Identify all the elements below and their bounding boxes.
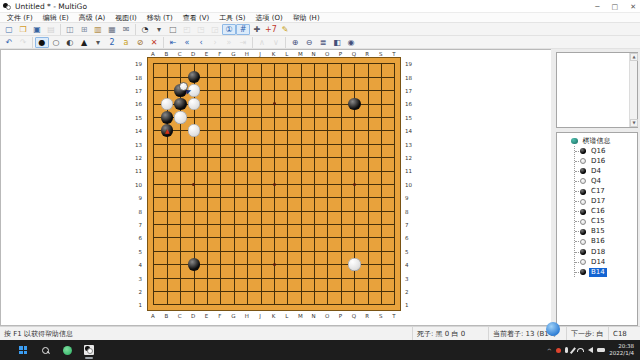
intersection-K15[interactable] xyxy=(268,111,281,124)
intersection-E1[interactable] xyxy=(201,298,214,311)
intersection-O7[interactable] xyxy=(321,218,334,231)
intersection-T13[interactable] xyxy=(388,137,401,150)
intersection-T9[interactable] xyxy=(388,191,401,204)
intersection-G4[interactable] xyxy=(227,258,240,271)
toggle-coordinates-button[interactable]: # xyxy=(236,24,250,35)
intersection-G12[interactable] xyxy=(227,151,240,164)
intersection-D5[interactable] xyxy=(187,244,200,257)
intersection-C19[interactable] xyxy=(174,57,187,70)
intersection-H5[interactable] xyxy=(241,244,254,257)
intersection-B3[interactable] xyxy=(160,271,173,284)
intersection-A19[interactable] xyxy=(147,57,160,70)
intersection-K1[interactable] xyxy=(268,298,281,311)
intersection-E12[interactable] xyxy=(201,151,214,164)
intersection-M8[interactable] xyxy=(294,204,307,217)
intersection-S16[interactable] xyxy=(375,97,388,110)
intersection-O4[interactable] xyxy=(321,258,334,271)
intersection-P2[interactable] xyxy=(334,285,347,298)
intersection-P4[interactable] xyxy=(334,258,347,271)
intersection-M19[interactable] xyxy=(294,57,307,70)
intersection-Q1[interactable] xyxy=(348,298,361,311)
intersection-T6[interactable] xyxy=(388,231,401,244)
intersection-G2[interactable] xyxy=(227,285,240,298)
intersection-P14[interactable] xyxy=(334,124,347,137)
intersection-K13[interactable] xyxy=(268,137,281,150)
intersection-R12[interactable] xyxy=(361,151,374,164)
intersection-J15[interactable] xyxy=(254,111,267,124)
intersection-N4[interactable] xyxy=(308,258,321,271)
intersection-S18[interactable] xyxy=(375,70,388,83)
intersection-L16[interactable] xyxy=(281,97,294,110)
intersection-N14[interactable] xyxy=(308,124,321,137)
intersection-P8[interactable] xyxy=(334,204,347,217)
tree-move-D14[interactable]: D14 xyxy=(575,257,637,267)
intersection-P1[interactable] xyxy=(334,298,347,311)
intersection-Q7[interactable] xyxy=(348,218,361,231)
alternate-tool-button[interactable]: ◐ xyxy=(63,37,77,48)
intersection-A14[interactable] xyxy=(147,124,160,137)
intersection-A18[interactable] xyxy=(147,70,160,83)
intersection-S4[interactable] xyxy=(375,258,388,271)
intersection-B8[interactable] xyxy=(160,204,173,217)
intersection-C11[interactable] xyxy=(174,164,187,177)
intersection-L6[interactable] xyxy=(281,231,294,244)
intersection-S13[interactable] xyxy=(375,137,388,150)
intersection-B7[interactable] xyxy=(160,218,173,231)
intersection-T8[interactable] xyxy=(388,204,401,217)
game-info-button[interactable]: ◔ xyxy=(138,24,152,35)
erase-tool-button[interactable]: ⊘ xyxy=(133,37,147,48)
intersection-N11[interactable] xyxy=(308,164,321,177)
intersection-S9[interactable] xyxy=(375,191,388,204)
intersection-B13[interactable] xyxy=(160,137,173,150)
intersection-G8[interactable] xyxy=(227,204,240,217)
intersection-F2[interactable] xyxy=(214,285,227,298)
intersection-T3[interactable] xyxy=(388,271,401,284)
intersection-G6[interactable] xyxy=(227,231,240,244)
mark-menu-button[interactable]: ▾ xyxy=(91,37,105,48)
intersection-E4[interactable] xyxy=(201,258,214,271)
intersection-M18[interactable] xyxy=(294,70,307,83)
intersection-Q13[interactable] xyxy=(348,137,361,150)
intersection-O6[interactable] xyxy=(321,231,334,244)
comment-panel[interactable]: ▲ ▼ xyxy=(556,52,638,128)
intersection-R3[interactable] xyxy=(361,271,374,284)
intersection-L15[interactable] xyxy=(281,111,294,124)
copy-board-button[interactable]: ◫ xyxy=(63,24,77,35)
intersection-R8[interactable] xyxy=(361,204,374,217)
intersection-C14[interactable] xyxy=(174,124,187,137)
intersection-E16[interactable] xyxy=(201,97,214,110)
intersection-O2[interactable] xyxy=(321,285,334,298)
intersection-Q3[interactable] xyxy=(348,271,361,284)
intersection-T4[interactable] xyxy=(388,258,401,271)
intersection-E3[interactable] xyxy=(201,271,214,284)
intersection-J18[interactable] xyxy=(254,70,267,83)
intersection-M2[interactable] xyxy=(294,285,307,298)
intersection-F13[interactable] xyxy=(214,137,227,150)
intersection-L3[interactable] xyxy=(281,271,294,284)
intersection-S5[interactable] xyxy=(375,244,388,257)
intersection-B11[interactable] xyxy=(160,164,173,177)
intersection-M14[interactable] xyxy=(294,124,307,137)
intersection-D14[interactable] xyxy=(187,124,200,137)
intersection-O13[interactable] xyxy=(321,137,334,150)
network-icon[interactable] xyxy=(577,348,584,352)
intersection-O11[interactable] xyxy=(321,164,334,177)
intersection-K17[interactable] xyxy=(268,84,281,97)
intersection-D11[interactable] xyxy=(187,164,200,177)
intersection-D19[interactable] xyxy=(187,57,200,70)
intersection-R18[interactable] xyxy=(361,70,374,83)
intersection-O12[interactable] xyxy=(321,151,334,164)
intersection-R6[interactable] xyxy=(361,231,374,244)
toggle-move-numbers-button[interactable]: ① xyxy=(222,24,236,35)
intersection-Q8[interactable] xyxy=(348,204,361,217)
intersection-B15[interactable] xyxy=(160,111,173,124)
intersection-Q4[interactable] xyxy=(348,258,361,271)
intersection-K3[interactable] xyxy=(268,271,281,284)
intersection-F12[interactable] xyxy=(214,151,227,164)
intersection-A12[interactable] xyxy=(147,151,160,164)
intersection-J12[interactable] xyxy=(254,151,267,164)
intersection-H14[interactable] xyxy=(241,124,254,137)
intersection-T15[interactable] xyxy=(388,111,401,124)
intersection-N5[interactable] xyxy=(308,244,321,257)
intersection-F9[interactable] xyxy=(214,191,227,204)
white-stone-tool-button[interactable]: ○ xyxy=(49,37,63,48)
intersection-D3[interactable] xyxy=(187,271,200,284)
intersection-N10[interactable] xyxy=(308,178,321,191)
intersection-E15[interactable] xyxy=(201,111,214,124)
mirror-board-button[interactable]: ◧ xyxy=(330,37,344,48)
intersection-D9[interactable] xyxy=(187,191,200,204)
intersection-F7[interactable] xyxy=(214,218,227,231)
tree-move-D4[interactable]: D4 xyxy=(575,166,637,176)
intersection-M1[interactable] xyxy=(294,298,307,311)
intersection-C6[interactable] xyxy=(174,231,187,244)
intersection-D4[interactable] xyxy=(187,258,200,271)
minimize-button[interactable]: ─ xyxy=(595,3,599,11)
intersection-B17[interactable] xyxy=(160,84,173,97)
intersection-K2[interactable] xyxy=(268,285,281,298)
intersection-Q9[interactable] xyxy=(348,191,361,204)
intersection-T19[interactable] xyxy=(388,57,401,70)
intersection-J8[interactable] xyxy=(254,204,267,217)
intersection-H6[interactable] xyxy=(241,231,254,244)
intersection-K19[interactable] xyxy=(268,57,281,70)
menu-item-2[interactable]: 高级 (A) xyxy=(74,13,110,23)
menu-item-1[interactable]: 编辑 (E) xyxy=(38,13,74,23)
menu-item-0[interactable]: 文件 (F) xyxy=(2,13,38,23)
intersection-L9[interactable] xyxy=(281,191,294,204)
intersection-K5[interactable] xyxy=(268,244,281,257)
intersection-F18[interactable] xyxy=(214,70,227,83)
comment-scrollbar[interactable]: ▲ ▼ xyxy=(629,53,637,127)
intersection-H16[interactable] xyxy=(241,97,254,110)
intersection-A17[interactable] xyxy=(147,84,160,97)
intersection-T14[interactable] xyxy=(388,124,401,137)
intersection-A16[interactable] xyxy=(147,97,160,110)
intersection-H10[interactable] xyxy=(241,178,254,191)
intersection-H17[interactable] xyxy=(241,84,254,97)
intersection-M13[interactable] xyxy=(294,137,307,150)
intersection-O1[interactable] xyxy=(321,298,334,311)
intersection-P10[interactable] xyxy=(334,178,347,191)
intersection-O8[interactable] xyxy=(321,204,334,217)
intersection-K4[interactable] xyxy=(268,258,281,271)
intersection-O19[interactable] xyxy=(321,57,334,70)
battery-icon[interactable] xyxy=(597,348,605,353)
tree-move-C16[interactable]: C16 xyxy=(575,207,637,217)
intersection-M16[interactable] xyxy=(294,97,307,110)
intersection-N1[interactable] xyxy=(308,298,321,311)
intersection-P3[interactable] xyxy=(334,271,347,284)
intersection-H7[interactable] xyxy=(241,218,254,231)
view-quarter-2-button[interactable]: ◳ xyxy=(194,24,208,35)
go-first-button[interactable]: ⇤ xyxy=(166,37,180,48)
intersection-G3[interactable] xyxy=(227,271,240,284)
new-file-button[interactable]: ▢ xyxy=(2,24,16,35)
intersection-F11[interactable] xyxy=(214,164,227,177)
intersection-J6[interactable] xyxy=(254,231,267,244)
intersection-K12[interactable] xyxy=(268,151,281,164)
intersection-S7[interactable] xyxy=(375,218,388,231)
intersection-G18[interactable] xyxy=(227,70,240,83)
intersection-L18[interactable] xyxy=(281,70,294,83)
intersection-S17[interactable] xyxy=(375,84,388,97)
intersection-L19[interactable] xyxy=(281,57,294,70)
intersection-M4[interactable] xyxy=(294,258,307,271)
intersection-M12[interactable] xyxy=(294,151,307,164)
intersection-Q16[interactable] xyxy=(348,97,361,110)
intersection-N19[interactable] xyxy=(308,57,321,70)
intersection-E11[interactable] xyxy=(201,164,214,177)
intersection-D7[interactable] xyxy=(187,218,200,231)
intersection-T18[interactable] xyxy=(388,70,401,83)
intersection-Q11[interactable] xyxy=(348,164,361,177)
intersection-C16[interactable] xyxy=(174,97,187,110)
next-variation-button[interactable]: ∨ xyxy=(269,37,283,48)
intersection-Q15[interactable] xyxy=(348,111,361,124)
intersection-F14[interactable] xyxy=(214,124,227,137)
menu-item-6[interactable]: 工具 (S) xyxy=(214,13,250,23)
intersection-S14[interactable] xyxy=(375,124,388,137)
intersection-L12[interactable] xyxy=(281,151,294,164)
pen-icon[interactable] xyxy=(570,347,576,353)
black-stone-tool-button[interactable]: ● xyxy=(35,37,49,48)
intersection-J17[interactable] xyxy=(254,84,267,97)
intersection-N2[interactable] xyxy=(308,285,321,298)
menu-item-8[interactable]: 帮助 (H) xyxy=(288,13,325,23)
intersection-S11[interactable] xyxy=(375,164,388,177)
intersection-S19[interactable] xyxy=(375,57,388,70)
tree-window-button[interactable]: ≣ xyxy=(316,37,330,48)
intersection-D2[interactable] xyxy=(187,285,200,298)
intersection-N18[interactable] xyxy=(308,70,321,83)
view-full-board-button[interactable]: □ xyxy=(166,24,180,35)
intersection-S8[interactable] xyxy=(375,204,388,217)
intersection-O17[interactable] xyxy=(321,84,334,97)
save-file-button[interactable]: ▣ xyxy=(30,24,44,35)
intersection-K16[interactable] xyxy=(268,97,281,110)
intersection-F8[interactable] xyxy=(214,204,227,217)
intersection-C1[interactable] xyxy=(174,298,187,311)
back-1-button[interactable]: ‹ xyxy=(194,37,208,48)
close-button[interactable]: ✕ xyxy=(630,3,636,11)
intersection-C2[interactable] xyxy=(174,285,187,298)
go-board[interactable]: ▲◤ xyxy=(147,57,401,311)
intersection-K10[interactable] xyxy=(268,178,281,191)
number-label-tool-button[interactable]: 2 xyxy=(105,37,119,48)
tree-move-Q16[interactable]: Q16 xyxy=(575,146,637,156)
intersection-G17[interactable] xyxy=(227,84,240,97)
letter-label-tool-button[interactable]: a xyxy=(119,37,133,48)
intersection-L2[interactable] xyxy=(281,285,294,298)
intersection-T10[interactable] xyxy=(388,178,401,191)
intersection-O5[interactable] xyxy=(321,244,334,257)
forward-10-button[interactable]: » xyxy=(222,37,236,48)
intersection-G5[interactable] xyxy=(227,244,240,257)
tree-move-D17[interactable]: D17 xyxy=(575,197,637,207)
intersection-F19[interactable] xyxy=(214,57,227,70)
intersection-K8[interactable] xyxy=(268,204,281,217)
intersection-N3[interactable] xyxy=(308,271,321,284)
prev-variation-button[interactable]: ∧ xyxy=(255,37,269,48)
mail-button[interactable]: ✉ xyxy=(119,24,133,35)
intersection-A3[interactable] xyxy=(147,271,160,284)
intersection-C3[interactable] xyxy=(174,271,187,284)
intersection-G19[interactable] xyxy=(227,57,240,70)
intersection-N8[interactable] xyxy=(308,204,321,217)
intersection-J16[interactable] xyxy=(254,97,267,110)
intersection-A4[interactable] xyxy=(147,258,160,271)
intersection-P9[interactable] xyxy=(334,191,347,204)
intersection-M15[interactable] xyxy=(294,111,307,124)
intersection-B16[interactable] xyxy=(160,97,173,110)
intersection-C9[interactable] xyxy=(174,191,187,204)
intersection-H18[interactable] xyxy=(241,70,254,83)
search-position-button[interactable]: ◉ xyxy=(344,37,358,48)
intersection-G9[interactable] xyxy=(227,191,240,204)
intersection-C13[interactable] xyxy=(174,137,187,150)
intersection-T5[interactable] xyxy=(388,244,401,257)
tree-move-Q4[interactable]: Q4 xyxy=(575,176,637,186)
intersection-B10[interactable] xyxy=(160,178,173,191)
intersection-L7[interactable] xyxy=(281,218,294,231)
intersection-A9[interactable] xyxy=(147,191,160,204)
intersection-G14[interactable] xyxy=(227,124,240,137)
intersection-T12[interactable] xyxy=(388,151,401,164)
intersection-E2[interactable] xyxy=(201,285,214,298)
intersection-J9[interactable] xyxy=(254,191,267,204)
maximize-button[interactable]: □ xyxy=(612,3,619,11)
intersection-S3[interactable] xyxy=(375,271,388,284)
intersection-R14[interactable] xyxy=(361,124,374,137)
intersection-H19[interactable] xyxy=(241,57,254,70)
intersection-Q18[interactable] xyxy=(348,70,361,83)
intersection-R17[interactable] xyxy=(361,84,374,97)
intersection-L13[interactable] xyxy=(281,137,294,150)
intersection-R11[interactable] xyxy=(361,164,374,177)
menu-item-5[interactable]: 查看 (V) xyxy=(178,13,214,23)
intersection-Q14[interactable] xyxy=(348,124,361,137)
intersection-F10[interactable] xyxy=(214,178,227,191)
intersection-R16[interactable] xyxy=(361,97,374,110)
scroll-up-icon[interactable]: ▲ xyxy=(630,53,638,61)
edit-comment-button[interactable]: ✎ xyxy=(278,24,292,35)
intersection-R4[interactable] xyxy=(361,258,374,271)
intersection-R1[interactable] xyxy=(361,298,374,311)
intersection-M6[interactable] xyxy=(294,231,307,244)
intersection-E7[interactable] xyxy=(201,218,214,231)
intersection-D10[interactable] xyxy=(187,178,200,191)
last-n-moves-button[interactable]: +7 xyxy=(264,24,278,35)
export-file-button[interactable]: ▤ xyxy=(44,24,58,35)
forward-1-button[interactable]: › xyxy=(208,37,222,48)
intersection-T11[interactable] xyxy=(388,164,401,177)
intersection-B14[interactable]: ▲ xyxy=(160,124,173,137)
zoom-tree-button[interactable]: ⊖ xyxy=(302,37,316,48)
intersection-R19[interactable] xyxy=(361,57,374,70)
intersection-K11[interactable] xyxy=(268,164,281,177)
intersection-G16[interactable] xyxy=(227,97,240,110)
intersection-S1[interactable] xyxy=(375,298,388,311)
intersection-C8[interactable] xyxy=(174,204,187,217)
intersection-K7[interactable] xyxy=(268,218,281,231)
intersection-M11[interactable] xyxy=(294,164,307,177)
intersection-M17[interactable] xyxy=(294,84,307,97)
intersection-T7[interactable] xyxy=(388,218,401,231)
intersection-J10[interactable] xyxy=(254,178,267,191)
intersection-Q6[interactable] xyxy=(348,231,361,244)
recording-indicator-icon[interactable] xyxy=(556,348,561,353)
intersection-K14[interactable] xyxy=(268,124,281,137)
tree-move-B16[interactable]: B16 xyxy=(575,237,637,247)
tree-move-D18[interactable]: D18 xyxy=(575,247,637,257)
intersection-O15[interactable] xyxy=(321,111,334,124)
intersection-O9[interactable] xyxy=(321,191,334,204)
intersection-R15[interactable] xyxy=(361,111,374,124)
intersection-N6[interactable] xyxy=(308,231,321,244)
intersection-P17[interactable] xyxy=(334,84,347,97)
intersection-N12[interactable] xyxy=(308,151,321,164)
intersection-N15[interactable] xyxy=(308,111,321,124)
intersection-B1[interactable] xyxy=(160,298,173,311)
menu-item-3[interactable]: 视图(I) xyxy=(110,13,142,23)
intersection-H13[interactable] xyxy=(241,137,254,150)
intersection-P6[interactable] xyxy=(334,231,347,244)
undo-button[interactable]: ↶ xyxy=(2,37,16,48)
tree-move-C15[interactable]: C15 xyxy=(575,217,637,227)
intersection-P19[interactable] xyxy=(334,57,347,70)
intersection-P12[interactable] xyxy=(334,151,347,164)
intersection-A6[interactable] xyxy=(147,231,160,244)
tree-move-D16[interactable]: D16 xyxy=(575,156,637,166)
intersection-B5[interactable] xyxy=(160,244,173,257)
intersection-R7[interactable] xyxy=(361,218,374,231)
intersection-A7[interactable] xyxy=(147,218,160,231)
intersection-A15[interactable] xyxy=(147,111,160,124)
view-quarter-3-button[interactable]: ◲ xyxy=(208,24,222,35)
intersection-E6[interactable] xyxy=(201,231,214,244)
print-button[interactable]: ▦ xyxy=(105,24,119,35)
intersection-F17[interactable] xyxy=(214,84,227,97)
intersection-E8[interactable] xyxy=(201,204,214,217)
intersection-B12[interactable] xyxy=(160,151,173,164)
tray-chevron-icon[interactable]: ^ xyxy=(547,347,552,354)
intersection-O16[interactable] xyxy=(321,97,334,110)
